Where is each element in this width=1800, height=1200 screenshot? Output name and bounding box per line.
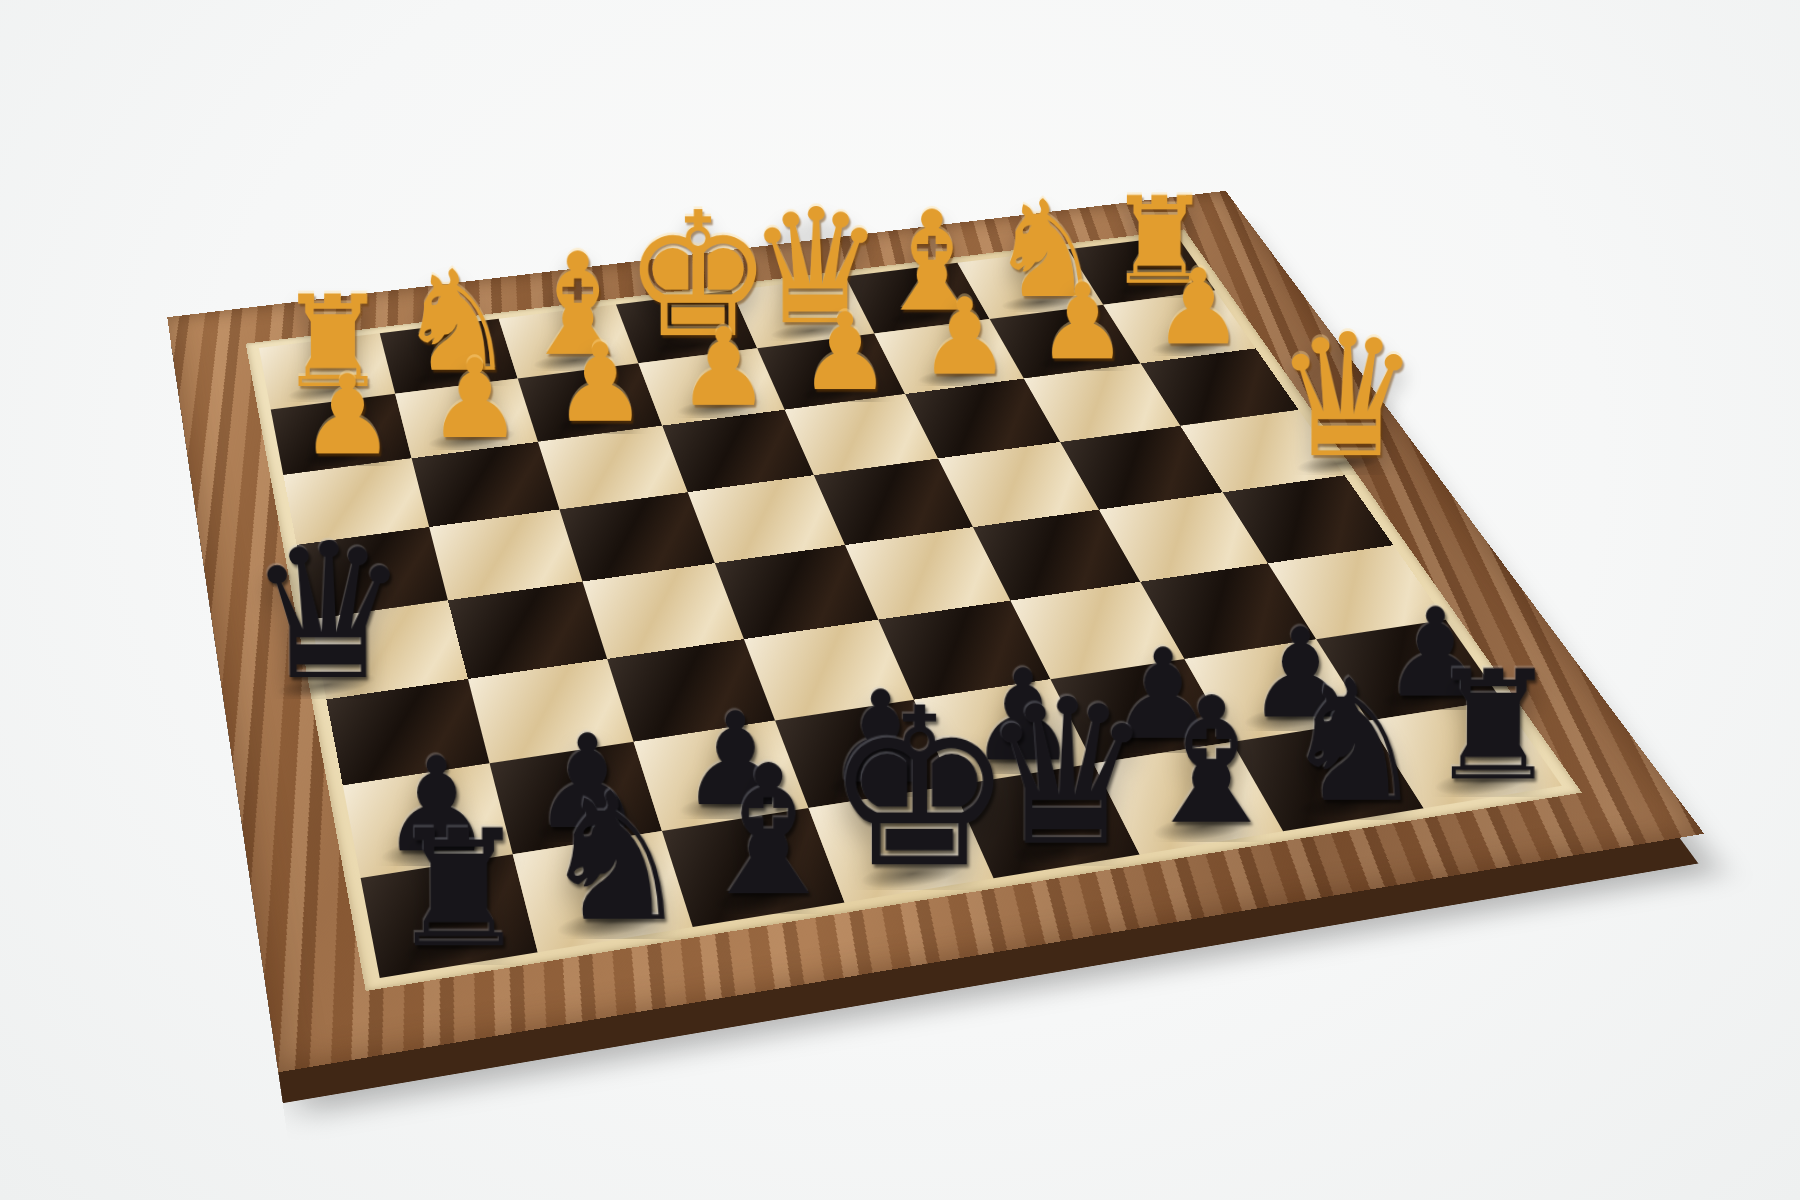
square-h8: ♜ — [361, 854, 538, 978]
piece-anchor-f2: ♟ — [518, 363, 663, 442]
square-g2: ♟ — [395, 378, 538, 458]
square-f2: ♟ — [518, 363, 663, 442]
square-h2: ♟ — [271, 394, 412, 475]
square-f3 — [538, 426, 688, 510]
black-knight-g8: ♞ — [539, 777, 692, 940]
maple-border-strip: ♜♞♝♚♛♝♞♜♟♟♟♟♟♟♟♟♛♛♟♟♟♟♟♟♟♟♜♞♝♚♛♝♞♜ — [246, 229, 1582, 991]
square-e3 — [662, 410, 814, 492]
white-queen-a4: ♛ — [1274, 319, 1421, 475]
chessboard-grid: ♜♞♝♚♛♝♞♜♟♟♟♟♟♟♟♟♛♛♟♟♟♟♟♟♟♟♜♞♝♚♛♝♞♜ — [259, 236, 1562, 978]
piece-anchor-a4: ♛ — [1242, 402, 1407, 484]
piece-anchor-g2: ♟ — [395, 378, 538, 458]
chessboard-wrap: ♜♞♝♚♛♝♞♜♟♟♟♟♟♟♟♟♛♛♟♟♟♟♟♟♟♟♜♞♝♚♛♝♞♜ — [167, 191, 1704, 1072]
piece-anchor-h2: ♟ — [271, 394, 412, 475]
square-e5 — [715, 545, 878, 639]
piece-anchor-e2: ♟ — [638, 348, 784, 425]
piece-anchor-h5: ♛ — [244, 609, 400, 709]
square-g8: ♞ — [513, 831, 693, 952]
black-bishop-c8: ♝ — [1136, 682, 1288, 843]
white-pawn-f2: ♟ — [553, 334, 647, 434]
square-h5: ♛ — [311, 600, 468, 699]
white-pawn-d2: ♟ — [799, 304, 891, 402]
piece-anchor-d2: ♟ — [757, 333, 905, 409]
square-e2: ♟ — [638, 348, 784, 425]
white-pawn-h2: ♟ — [300, 365, 396, 466]
black-king-e8: ♚ — [825, 689, 1015, 890]
black-rook-a8: ♜ — [1428, 658, 1560, 797]
piece-anchor-h8: ♜ — [361, 854, 538, 978]
piece-anchor-g8: ♞ — [513, 831, 693, 952]
white-pawn-c2: ♟ — [919, 289, 1011, 387]
black-queen-h5: ♛ — [247, 526, 410, 699]
white-pawn-b2: ♟ — [1037, 274, 1128, 371]
black-knight-b8: ♞ — [1281, 665, 1428, 820]
chessboard-frame: ♜♞♝♚♛♝♞♜♟♟♟♟♟♟♟♟♛♛♟♟♟♟♟♟♟♟♜♞♝♚♛♝♞♜ — [167, 191, 1704, 1072]
square-g4 — [429, 509, 582, 600]
square-g5 — [448, 582, 607, 679]
black-bishop-f8: ♝ — [691, 749, 847, 914]
white-pawn-a2: ♟ — [1153, 260, 1243, 356]
chess-set-photo: ♜♞♝♚♛♝♞♜♟♟♟♟♟♟♟♟♛♛♟♟♟♟♟♟♟♟♜♞♝♚♛♝♞♜ — [0, 0, 1800, 1200]
white-pawn-e2: ♟ — [677, 319, 770, 418]
square-d4 — [814, 458, 973, 545]
black-rook-h8: ♜ — [388, 816, 529, 965]
square-d2: ♟ — [757, 333, 905, 409]
square-a4: ♛ — [1180, 410, 1344, 492]
white-pawn-g2: ♟ — [428, 349, 523, 450]
